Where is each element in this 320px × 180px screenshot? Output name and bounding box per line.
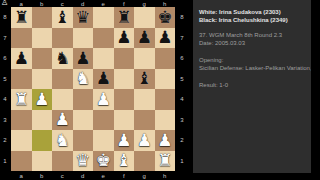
rank-label-2: 2 xyxy=(176,130,188,151)
square-g1 xyxy=(134,151,155,172)
opening-label: Opening: xyxy=(199,56,311,64)
piece-white-queen: ♛ xyxy=(75,152,90,169)
square-b5 xyxy=(32,69,53,90)
square-c7 xyxy=(52,28,73,49)
piece-black-knight: ♞ xyxy=(55,49,70,66)
square-g4 xyxy=(134,89,155,110)
rank-label-6: 6 xyxy=(0,48,10,69)
square-b3 xyxy=(32,110,53,131)
file-label-h: h xyxy=(155,171,176,180)
square-e4: ♟ xyxy=(93,89,114,110)
piece-white-knight: ♞ xyxy=(75,70,90,87)
square-c3: ♟ xyxy=(52,110,73,131)
square-c2: ♞ xyxy=(52,130,73,151)
square-g3 xyxy=(134,110,155,131)
square-f4 xyxy=(114,89,135,110)
piece-black-pawn: ♟ xyxy=(96,70,111,87)
square-g2: ♟ xyxy=(134,130,155,151)
square-h3 xyxy=(155,110,176,131)
piece-black-bishop: ♝ xyxy=(137,70,152,87)
piece-black-rook: ♜ xyxy=(14,8,29,25)
square-d7 xyxy=(73,28,94,49)
square-d8: ♛ xyxy=(73,7,94,28)
square-b2 xyxy=(32,130,53,151)
square-e1: ♚ xyxy=(93,151,114,172)
piece-white-rook: ♜ xyxy=(14,90,29,107)
square-a7 xyxy=(11,28,32,49)
piece-white-pawn: ♟ xyxy=(137,131,152,148)
square-c6: ♞ xyxy=(52,48,73,69)
rank-label-6: 6 xyxy=(176,48,188,69)
piece-white-pawn: ♟ xyxy=(116,131,131,148)
square-d2 xyxy=(73,130,94,151)
black-player-line: Black: Irina Chelushkina (2349) xyxy=(199,16,311,24)
date-line: Date: 2005.03.03 xyxy=(199,39,311,47)
file-label-g: g xyxy=(134,0,155,7)
piece-black-pawn: ♟ xyxy=(137,29,152,46)
square-b8 xyxy=(32,7,53,28)
square-a2 xyxy=(11,130,32,151)
file-label-a: a xyxy=(11,0,32,7)
piece-white-pawn: ♟ xyxy=(96,90,111,107)
square-a1 xyxy=(11,151,32,172)
square-a4: ♜ xyxy=(11,89,32,110)
rank-label-4: 4 xyxy=(176,89,188,110)
square-f1: ♝ xyxy=(114,151,135,172)
file-label-d: d xyxy=(73,0,94,7)
event-line: 37. WGM March 8th Round 2.3 xyxy=(199,31,311,39)
rank-label-2: 2 xyxy=(0,130,10,151)
game-info-panel: White: Irina Sudakova (2303) Black: Irin… xyxy=(193,0,311,173)
piece-black-pawn: ♟ xyxy=(116,29,131,46)
file-label-f: f xyxy=(114,171,135,180)
file-label-g: g xyxy=(134,171,155,180)
piece-black-pawn: ♟ xyxy=(157,29,172,46)
square-e2 xyxy=(93,130,114,151)
video-frame: ♙ abcdefgh abcdefgh 87654321 87654321 ♜♝… xyxy=(0,0,320,180)
square-d6: ♟ xyxy=(73,48,94,69)
file-label-c: c xyxy=(52,0,73,7)
square-g8 xyxy=(134,7,155,28)
square-d5: ♞ xyxy=(73,69,94,90)
square-b6 xyxy=(32,48,53,69)
square-f3 xyxy=(114,110,135,131)
white-player-line: White: Irina Sudakova (2303) xyxy=(199,8,311,16)
square-d3 xyxy=(73,110,94,131)
piece-white-king: ♚ xyxy=(96,152,111,169)
file-label-a: a xyxy=(11,171,32,180)
rank-label-5: 5 xyxy=(0,69,10,90)
square-e3 xyxy=(93,110,114,131)
square-a6: ♟ xyxy=(11,48,32,69)
rank-label-8: 8 xyxy=(176,7,188,28)
rank-label-1: 1 xyxy=(0,151,10,172)
square-h1: ♜ xyxy=(155,151,176,172)
file-labels-top: abcdefgh xyxy=(11,0,175,7)
square-f6 xyxy=(114,48,135,69)
rank-label-3: 3 xyxy=(176,110,188,131)
result-line: Result: 1-0 xyxy=(199,81,311,89)
square-c4 xyxy=(52,89,73,110)
rank-label-4: 4 xyxy=(0,89,10,110)
piece-black-pawn: ♟ xyxy=(75,49,90,66)
file-labels-bottom: abcdefgh xyxy=(11,171,175,180)
square-h8: ♚ xyxy=(155,7,176,28)
square-c1 xyxy=(52,151,73,172)
square-h4 xyxy=(155,89,176,110)
square-e7 xyxy=(93,28,114,49)
piece-white-rook: ♜ xyxy=(157,152,172,169)
square-f8: ♜ xyxy=(114,7,135,28)
file-label-b: b xyxy=(32,0,53,7)
square-f5 xyxy=(114,69,135,90)
file-label-e: e xyxy=(93,0,114,7)
piece-white-pawn: ♟ xyxy=(55,111,70,128)
square-a8: ♜ xyxy=(11,7,32,28)
file-label-d: d xyxy=(73,171,94,180)
square-b7 xyxy=(32,28,53,49)
file-label-h: h xyxy=(155,0,176,7)
square-a5 xyxy=(11,69,32,90)
square-g7: ♟ xyxy=(134,28,155,49)
square-h2: ♟ xyxy=(155,130,176,151)
square-g6 xyxy=(134,48,155,69)
piece-black-pawn: ♟ xyxy=(14,49,29,66)
rank-label-5: 5 xyxy=(176,69,188,90)
rank-label-8: 8 xyxy=(0,7,10,28)
opening-name: Sicilian Defense: Lasker-Pelikan Variati… xyxy=(199,64,311,72)
square-h6 xyxy=(155,48,176,69)
rank-label-7: 7 xyxy=(176,28,188,49)
square-g5: ♝ xyxy=(134,69,155,90)
square-c5 xyxy=(52,69,73,90)
piece-black-bishop: ♝ xyxy=(55,8,70,25)
piece-white-bishop: ♝ xyxy=(116,152,131,169)
square-d4 xyxy=(73,89,94,110)
square-f2: ♟ xyxy=(114,130,135,151)
file-label-b: b xyxy=(32,171,53,180)
piece-white-pawn: ♟ xyxy=(157,131,172,148)
square-e6 xyxy=(93,48,114,69)
file-label-e: e xyxy=(93,171,114,180)
file-label-f: f xyxy=(114,0,135,7)
square-e5: ♟ xyxy=(93,69,114,90)
square-d1: ♛ xyxy=(73,151,94,172)
piece-white-knight: ♞ xyxy=(55,131,70,148)
square-a3 xyxy=(11,110,32,131)
square-b4: ♟ xyxy=(32,89,53,110)
piece-black-queen: ♛ xyxy=(75,8,90,25)
file-label-c: c xyxy=(52,171,73,180)
square-h5 xyxy=(155,69,176,90)
square-b1 xyxy=(32,151,53,172)
piece-black-rook: ♜ xyxy=(116,8,131,25)
square-f7: ♟ xyxy=(114,28,135,49)
piece-black-king: ♚ xyxy=(157,8,172,25)
square-h7: ♟ xyxy=(155,28,176,49)
watermark-pawn-icon: ♙ xyxy=(1,0,8,7)
rank-label-3: 3 xyxy=(0,110,10,131)
rank-label-1: 1 xyxy=(176,151,188,172)
square-c8: ♝ xyxy=(52,7,73,28)
chess-board: ♜♝♛♜♚♟♟♟♟♞♟♞♟♝♜♟♟♟♞♟♟♟♛♚♝♜ xyxy=(11,7,175,171)
rank-label-7: 7 xyxy=(0,28,10,49)
rank-labels-left: 87654321 xyxy=(0,7,10,171)
rank-labels-right: 87654321 xyxy=(176,7,188,171)
piece-white-pawn: ♟ xyxy=(34,90,49,107)
square-e8 xyxy=(93,7,114,28)
